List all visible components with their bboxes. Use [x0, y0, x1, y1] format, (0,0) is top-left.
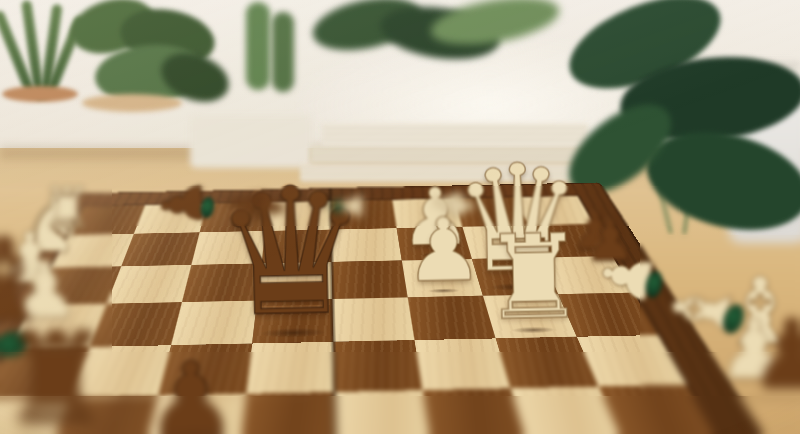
- square-b7[interactable]: [121, 232, 199, 266]
- square-d4[interactable]: [246, 342, 334, 394]
- square-d3[interactable]: [239, 392, 335, 434]
- cactus: [272, 12, 294, 92]
- square-g4[interactable]: [496, 337, 599, 389]
- square-f4[interactable]: [415, 338, 511, 390]
- dark-pawn-c3[interactable]: ♟: [144, 347, 238, 434]
- square-b6[interactable]: [107, 265, 192, 304]
- square-e4[interactable]: [333, 340, 422, 392]
- cactus: [246, 2, 270, 90]
- square-h3[interactable]: [599, 385, 721, 434]
- terracotta-pot-rim: [2, 86, 78, 102]
- square-d5[interactable]: ♛: [252, 299, 333, 344]
- clay-pot-rim: [82, 94, 182, 112]
- square-g5[interactable]: ♜: [483, 294, 577, 338]
- photo-scene: ♟♟♛♛♜♟ ♞♜♟♟♝♜♟♟♟♟♟♟♟♟♟♝♝♟♟: [0, 0, 800, 434]
- square-e3[interactable]: [334, 390, 431, 434]
- square-c3[interactable]: ♟: [143, 394, 246, 434]
